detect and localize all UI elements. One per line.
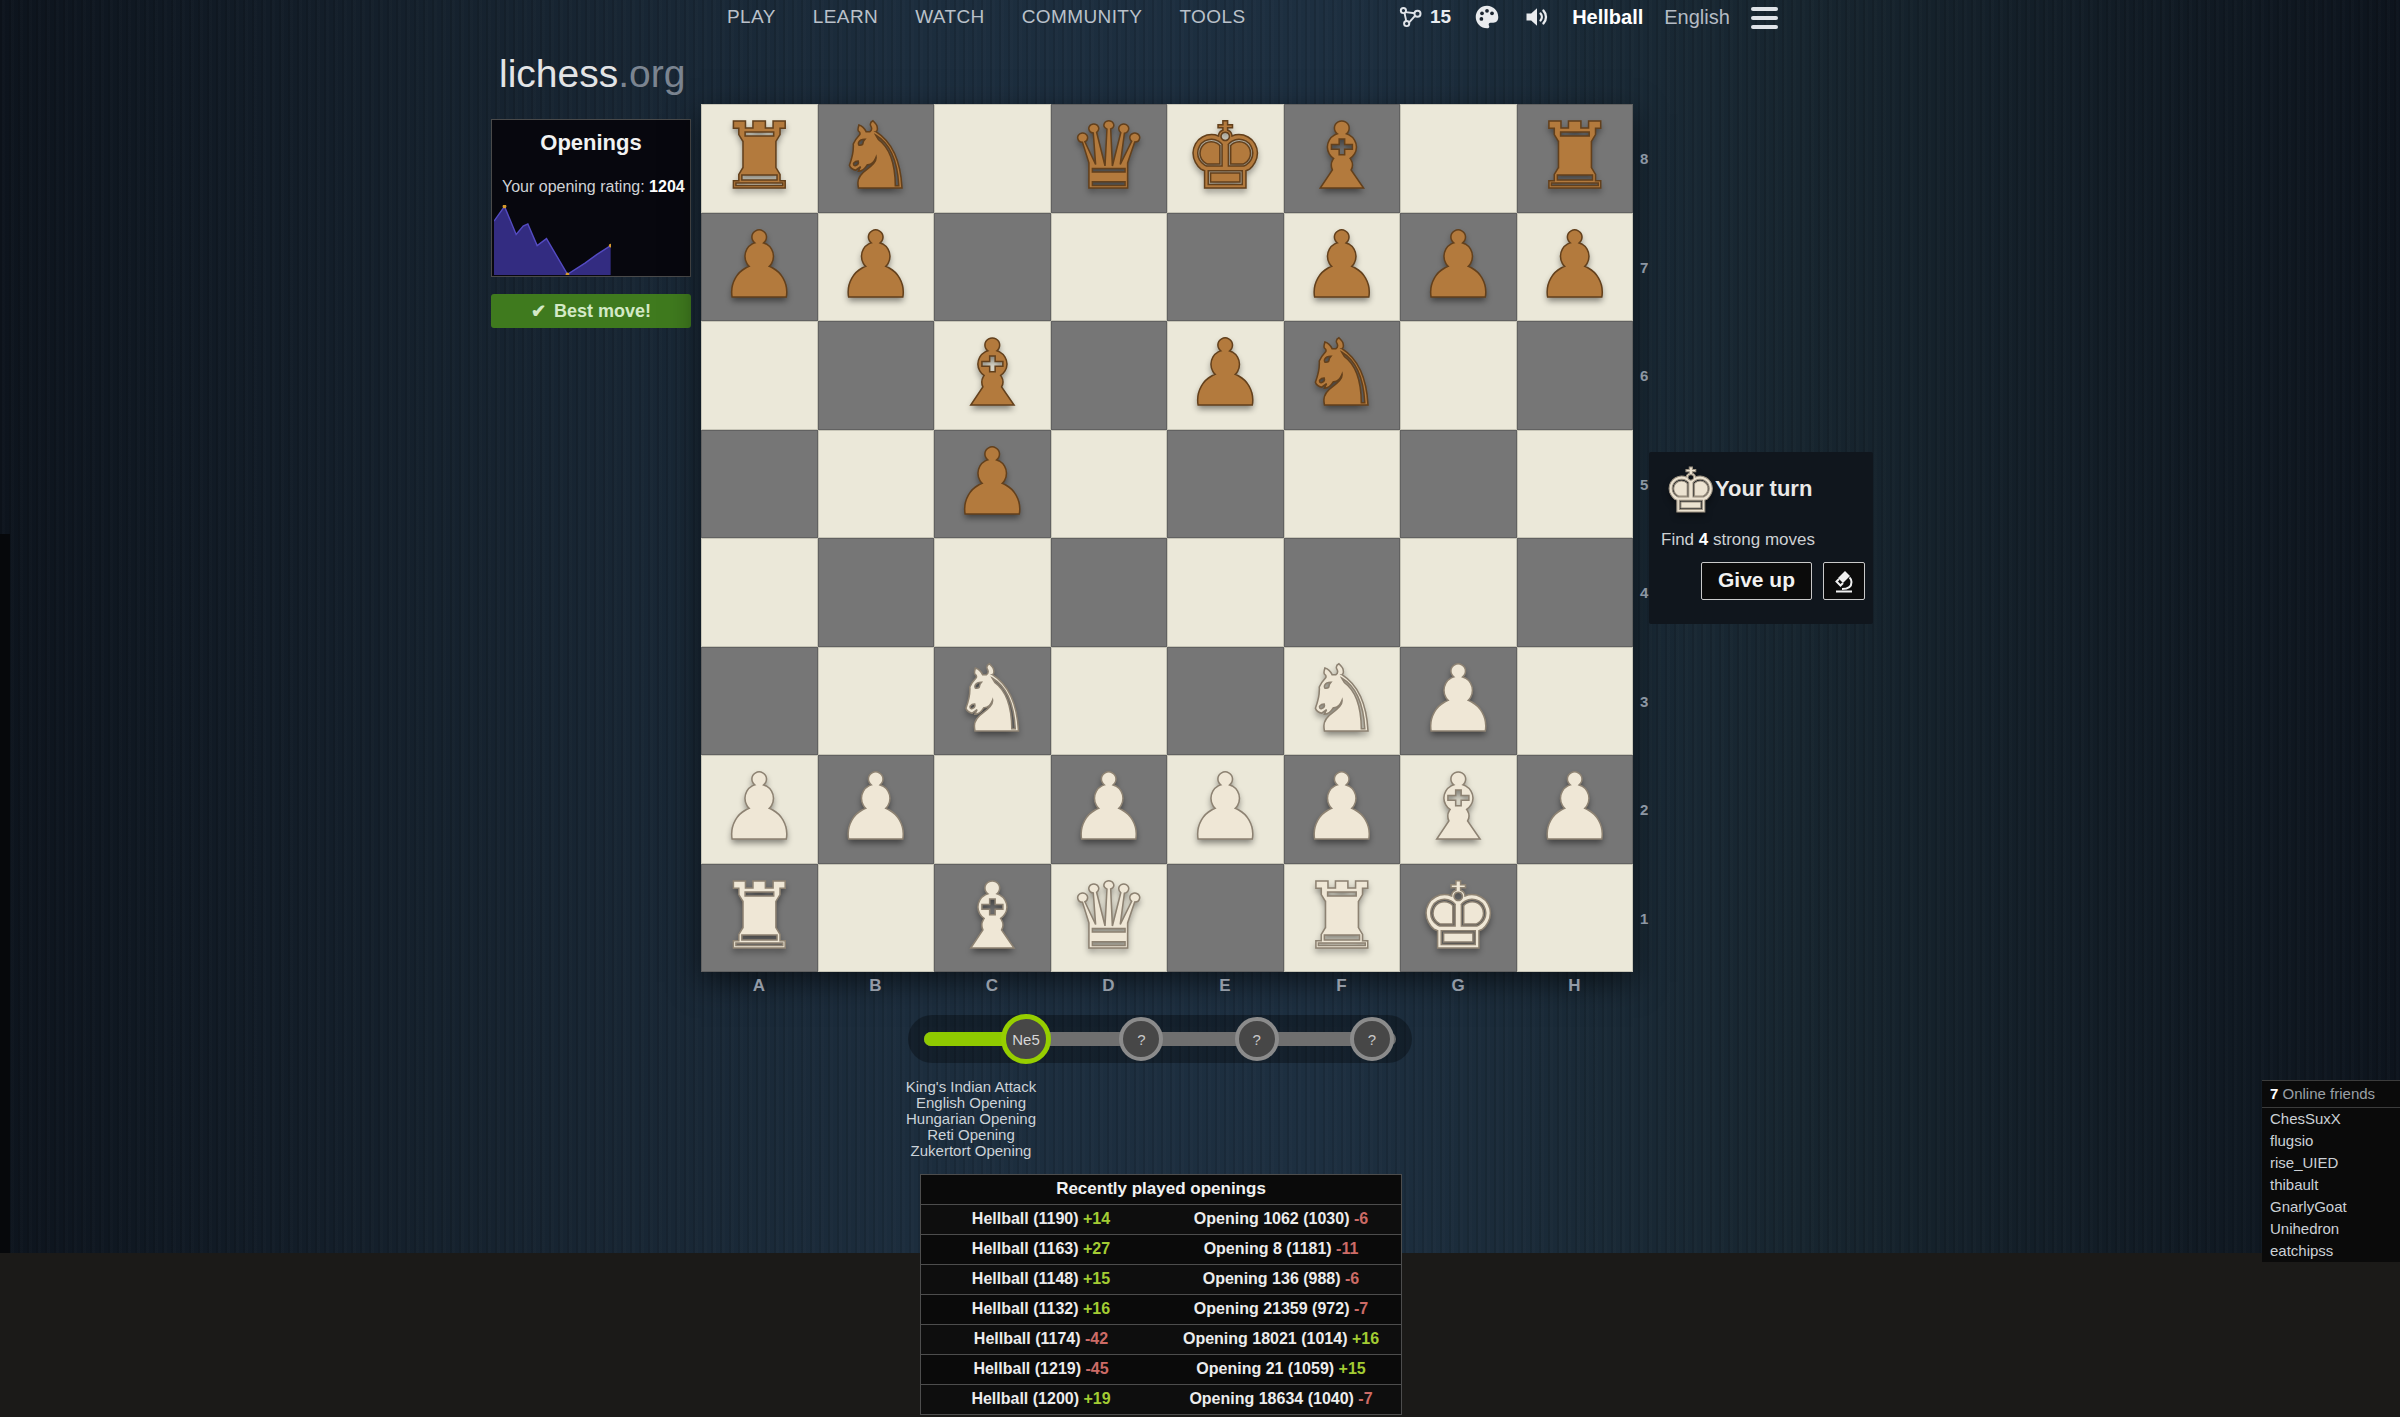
square-g1[interactable]: ♚ bbox=[1400, 864, 1517, 973]
opening-name[interactable]: King's Indian Attack bbox=[801, 1079, 1141, 1095]
opponent-result-cell[interactable]: Opening 136 (988) -6 bbox=[1161, 1265, 1401, 1294]
rating-delta: -7 bbox=[1358, 1390, 1372, 1407]
player-name-rating: Hellball (1200) bbox=[971, 1390, 1083, 1407]
opponent-result-cell[interactable]: Opening 21359 (972) -7 bbox=[1161, 1295, 1401, 1324]
openings-card: Openings Your opening rating: 1204 bbox=[491, 119, 691, 277]
black-pawn: ♟ bbox=[1167, 321, 1284, 427]
opening-rating-label: Your opening rating: bbox=[502, 178, 649, 195]
turn-title: Your turn bbox=[1715, 476, 1812, 502]
white-pawn: ♟ bbox=[1517, 755, 1634, 861]
white-knight: ♞ bbox=[1284, 647, 1401, 753]
speaker-icon[interactable] bbox=[1523, 0, 1551, 34]
square-f4[interactable] bbox=[1284, 538, 1401, 647]
square-g5[interactable] bbox=[1400, 430, 1517, 539]
square-c5[interactable]: ♟ bbox=[934, 430, 1051, 539]
black-pawn: ♟ bbox=[818, 213, 935, 319]
recent-openings-table: Recently played openings Hellball (1190)… bbox=[920, 1174, 1402, 1415]
square-a4[interactable] bbox=[701, 538, 818, 647]
square-d7[interactable] bbox=[1051, 213, 1168, 322]
recent-game-row[interactable]: Hellball (1174) -42Opening 18021 (1014) … bbox=[921, 1325, 1401, 1355]
main-nav: PLAYLEARNWATCHCOMMUNITYTOOLS bbox=[727, 0, 1246, 34]
white-pawn: ♟ bbox=[1284, 755, 1401, 861]
rating-delta: -6 bbox=[1345, 1270, 1359, 1287]
rank-label-1: 1 bbox=[1640, 910, 1660, 927]
square-f5[interactable] bbox=[1284, 430, 1401, 539]
user-nav: 15 Hellball English bbox=[1398, 0, 1778, 34]
square-d1[interactable]: ♛ bbox=[1051, 864, 1168, 973]
player-result-cell[interactable]: Hellball (1163) +27 bbox=[921, 1235, 1161, 1264]
square-d6[interactable] bbox=[1051, 321, 1168, 430]
file-label-d: D bbox=[1051, 976, 1167, 996]
openings-card-title: Openings bbox=[492, 130, 690, 156]
logo-name: lichess bbox=[499, 52, 618, 95]
white-rook: ♜ bbox=[1284, 864, 1401, 970]
hamburger-icon[interactable] bbox=[1751, 5, 1778, 29]
file-label-f: F bbox=[1284, 976, 1400, 996]
player-result-cell[interactable]: Hellball (1174) -42 bbox=[921, 1325, 1161, 1354]
black-pawn: ♟ bbox=[1284, 213, 1401, 319]
rating-delta: -7 bbox=[1354, 1300, 1368, 1317]
square-h5[interactable] bbox=[1517, 430, 1634, 539]
white-pawn: ♟ bbox=[701, 755, 818, 861]
square-c8[interactable] bbox=[934, 104, 1051, 213]
opening-name[interactable]: English Opening bbox=[801, 1095, 1141, 1111]
square-b7[interactable]: ♟ bbox=[818, 213, 935, 322]
player-name-rating: Opening 136 (988) bbox=[1203, 1270, 1345, 1287]
square-b8[interactable]: ♞ bbox=[818, 104, 935, 213]
panel-buttons: Give up bbox=[1701, 562, 1865, 600]
find-suffix: strong moves bbox=[1708, 530, 1815, 549]
square-c1[interactable]: ♝ bbox=[934, 864, 1051, 973]
moves-progress-slider[interactable]: Ne5??? bbox=[908, 1015, 1412, 1063]
analysis-microscope-button[interactable] bbox=[1823, 562, 1865, 600]
square-e1[interactable] bbox=[1167, 864, 1284, 973]
nav-item-watch[interactable]: WATCH bbox=[915, 6, 985, 28]
square-f6[interactable]: ♞ bbox=[1284, 321, 1401, 430]
white-king-icon: ♚ bbox=[1663, 454, 1719, 527]
give-up-button[interactable]: Give up bbox=[1701, 562, 1812, 600]
black-bishop: ♝ bbox=[934, 321, 1051, 427]
square-b2[interactable]: ♟ bbox=[818, 755, 935, 864]
player-name-rating: Opening 1062 (1030) bbox=[1194, 1210, 1354, 1227]
square-b6[interactable] bbox=[818, 321, 935, 430]
page: PLAYLEARNWATCHCOMMUNITYTOOLS 15 bbox=[0, 0, 2400, 1417]
notification-badge[interactable]: 15 bbox=[1398, 0, 1451, 34]
square-c4[interactable] bbox=[934, 538, 1051, 647]
file-label-h: H bbox=[1517, 976, 1633, 996]
your-turn-panel: ♚ Your turn Find 4 strong moves Give up bbox=[1649, 452, 1873, 624]
opponent-result-cell[interactable]: Opening 18021 (1014) +16 bbox=[1161, 1325, 1401, 1354]
notification-count: 15 bbox=[1430, 6, 1451, 28]
white-pawn: ♟ bbox=[1167, 755, 1284, 861]
player-name-rating: Hellball (1132) bbox=[972, 1300, 1083, 1317]
recent-game-row[interactable]: Hellball (1190) +14Opening 1062 (1030) -… bbox=[921, 1205, 1401, 1235]
recent-game-row[interactable]: Hellball (1200) +19Opening 18634 (1040) … bbox=[921, 1385, 1401, 1414]
square-h1[interactable] bbox=[1517, 864, 1634, 973]
square-a3[interactable] bbox=[701, 647, 818, 756]
rating-delta: +15 bbox=[1083, 1270, 1110, 1287]
logo-tld: .org bbox=[618, 52, 685, 95]
friend-flugsio[interactable]: flugsio bbox=[2262, 1130, 2400, 1152]
black-knight: ♞ bbox=[1284, 321, 1401, 427]
player-result-cell[interactable]: Hellball (1219) -45 bbox=[921, 1355, 1161, 1384]
rating-delta: +16 bbox=[1083, 1300, 1110, 1317]
best-move-button[interactable]: ✔ Best move! bbox=[491, 294, 691, 328]
white-queen: ♛ bbox=[1051, 864, 1168, 970]
white-pawn: ♟ bbox=[818, 755, 935, 861]
square-f7[interactable]: ♟ bbox=[1284, 213, 1401, 322]
black-pawn: ♟ bbox=[1517, 213, 1634, 319]
square-a8[interactable]: ♜ bbox=[701, 104, 818, 213]
square-e6[interactable]: ♟ bbox=[1167, 321, 1284, 430]
square-h4[interactable] bbox=[1517, 538, 1634, 647]
black-rook: ♜ bbox=[701, 104, 818, 210]
white-pawn: ♟ bbox=[1400, 647, 1517, 753]
white-king: ♚ bbox=[1400, 864, 1517, 970]
recent-game-row[interactable]: Hellball (1219) -45Opening 21 (1059) +15 bbox=[921, 1355, 1401, 1385]
square-d8[interactable]: ♛ bbox=[1051, 104, 1168, 213]
move-step-1-current[interactable]: Ne5 bbox=[1001, 1014, 1051, 1064]
friends-label: Online friends bbox=[2278, 1085, 2375, 1102]
square-h7[interactable]: ♟ bbox=[1517, 213, 1634, 322]
recent-game-row[interactable]: Hellball (1163) +27Opening 8 (1181) -11 bbox=[921, 1235, 1401, 1265]
square-b3[interactable] bbox=[818, 647, 935, 756]
player-name-rating: Hellball (1163) bbox=[972, 1240, 1083, 1257]
file-label-g: G bbox=[1400, 976, 1516, 996]
white-knight: ♞ bbox=[934, 647, 1051, 753]
opening-name[interactable]: Hungarian Opening bbox=[801, 1111, 1141, 1127]
file-label-e: E bbox=[1167, 976, 1283, 996]
square-g4[interactable] bbox=[1400, 538, 1517, 647]
find-moves-text: Find 4 strong moves bbox=[1661, 530, 1815, 550]
square-c2[interactable] bbox=[934, 755, 1051, 864]
move-step-4[interactable]: ? bbox=[1350, 1017, 1394, 1061]
square-e2[interactable]: ♟ bbox=[1167, 755, 1284, 864]
find-prefix: Find bbox=[1661, 530, 1699, 549]
square-e7[interactable] bbox=[1167, 213, 1284, 322]
nav-item-tools[interactable]: TOOLS bbox=[1179, 6, 1245, 28]
rank-label-2: 2 bbox=[1640, 801, 1660, 818]
square-f1[interactable]: ♜ bbox=[1284, 864, 1401, 973]
file-label-a: A bbox=[701, 976, 817, 996]
nav-item-play[interactable]: PLAY bbox=[727, 6, 776, 28]
rating-delta: +16 bbox=[1352, 1330, 1379, 1347]
square-d4[interactable] bbox=[1051, 538, 1168, 647]
nav-item-learn[interactable]: LEARN bbox=[813, 6, 878, 28]
move-step-2[interactable]: ? bbox=[1119, 1017, 1163, 1061]
square-b4[interactable] bbox=[818, 538, 935, 647]
black-pawn: ♟ bbox=[701, 213, 818, 319]
move-step-3[interactable]: ? bbox=[1235, 1017, 1279, 1061]
left-edge-strip bbox=[0, 534, 10, 1253]
square-e5[interactable] bbox=[1167, 430, 1284, 539]
rating-delta: -6 bbox=[1354, 1210, 1368, 1227]
player-result-cell[interactable]: Hellball (1190) +14 bbox=[921, 1205, 1161, 1234]
black-queen: ♛ bbox=[1051, 104, 1168, 210]
player-name-rating: Hellball (1190) bbox=[972, 1210, 1083, 1227]
square-a7[interactable]: ♟ bbox=[701, 213, 818, 322]
username[interactable]: Hellball bbox=[1572, 6, 1643, 29]
lichess-logo[interactable]: lichess.org bbox=[499, 52, 685, 96]
square-f3[interactable]: ♞ bbox=[1284, 647, 1401, 756]
player-name-rating: Opening 21359 (972) bbox=[1194, 1300, 1354, 1317]
square-g2[interactable]: ♝ bbox=[1400, 755, 1517, 864]
black-knight: ♞ bbox=[818, 104, 935, 210]
rank-label-8: 8 bbox=[1640, 150, 1660, 167]
square-c3[interactable]: ♞ bbox=[934, 647, 1051, 756]
square-d2[interactable]: ♟ bbox=[1051, 755, 1168, 864]
find-count: 4 bbox=[1699, 530, 1708, 549]
board: ♜♞♛♚♝♜♟♟♟♟♟♝♟♞♟♞♞♟♟♟♟♟♟♝♟♜♝♛♜♚ bbox=[701, 104, 1633, 972]
square-a2[interactable]: ♟ bbox=[701, 755, 818, 864]
square-g6[interactable] bbox=[1400, 321, 1517, 430]
rating-history-chart bbox=[494, 205, 611, 275]
rating-delta: +14 bbox=[1083, 1210, 1110, 1227]
recent-game-row[interactable]: Hellball (1148) +15Opening 136 (988) -6 bbox=[921, 1265, 1401, 1295]
rating-delta: -42 bbox=[1085, 1330, 1108, 1347]
player-name-rating: Hellball (1219) bbox=[973, 1360, 1085, 1377]
language-selector[interactable]: English bbox=[1664, 6, 1730, 29]
file-label-b: B bbox=[818, 976, 934, 996]
square-e8[interactable]: ♚ bbox=[1167, 104, 1284, 213]
rating-delta: +15 bbox=[1339, 1360, 1366, 1377]
friend-gnarlygoat[interactable]: GnarlyGoat bbox=[2262, 1196, 2400, 1218]
square-c6[interactable]: ♝ bbox=[934, 321, 1051, 430]
white-bishop: ♝ bbox=[1400, 755, 1517, 861]
rating-delta: +27 bbox=[1083, 1240, 1110, 1257]
file-label-c: C bbox=[934, 976, 1050, 996]
square-b5[interactable] bbox=[818, 430, 935, 539]
black-pawn: ♟ bbox=[1400, 213, 1517, 319]
square-g3[interactable]: ♟ bbox=[1400, 647, 1517, 756]
square-e4[interactable] bbox=[1167, 538, 1284, 647]
palette-icon[interactable] bbox=[1472, 0, 1502, 34]
friend-unihedron[interactable]: Unihedron bbox=[2262, 1218, 2400, 1240]
rank-label-6: 6 bbox=[1640, 367, 1660, 384]
player-name-rating: Opening 21 (1059) bbox=[1196, 1360, 1338, 1377]
recent-game-row[interactable]: Hellball (1132) +16Opening 21359 (972) -… bbox=[921, 1295, 1401, 1325]
square-h6[interactable] bbox=[1517, 321, 1634, 430]
friend-chessuxx[interactable]: ChesSuxX bbox=[2262, 1108, 2400, 1130]
square-h3[interactable] bbox=[1517, 647, 1634, 756]
square-h8[interactable]: ♜ bbox=[1517, 104, 1634, 213]
square-e3[interactable] bbox=[1167, 647, 1284, 756]
player-name-rating: Opening 18634 (1040) bbox=[1189, 1390, 1358, 1407]
friend-rise_uied[interactable]: rise_UIED bbox=[2262, 1152, 2400, 1174]
white-pawn: ♟ bbox=[1051, 755, 1168, 861]
check-icon: ✔ bbox=[531, 300, 546, 322]
rating-delta: -11 bbox=[1336, 1240, 1358, 1257]
nav-item-community[interactable]: COMMUNITY bbox=[1022, 6, 1143, 28]
black-pawn: ♟ bbox=[934, 430, 1051, 536]
player-name-rating: Hellball (1174) bbox=[974, 1330, 1085, 1347]
square-c7[interactable] bbox=[934, 213, 1051, 322]
square-f2[interactable]: ♟ bbox=[1284, 755, 1401, 864]
friend-thibault[interactable]: thibault bbox=[2262, 1174, 2400, 1196]
opponent-result-cell[interactable]: Opening 18634 (1040) -7 bbox=[1161, 1385, 1401, 1414]
player-result-cell[interactable]: Hellball (1132) +16 bbox=[921, 1295, 1161, 1324]
square-h2[interactable]: ♟ bbox=[1517, 755, 1634, 864]
friend-eatchipss[interactable]: eatchipss bbox=[2262, 1240, 2400, 1262]
black-king: ♚ bbox=[1167, 104, 1284, 210]
player-result-cell[interactable]: Hellball (1200) +19 bbox=[921, 1385, 1161, 1414]
square-a5[interactable] bbox=[701, 430, 818, 539]
square-g7[interactable]: ♟ bbox=[1400, 213, 1517, 322]
recent-table-title: Recently played openings bbox=[921, 1175, 1401, 1205]
square-b1[interactable] bbox=[818, 864, 935, 973]
online-friends-box: 7 Online friends ChesSuxXflugsiorise_UIE… bbox=[2262, 1080, 2400, 1262]
opening-name[interactable]: Zukertort Opening bbox=[801, 1143, 1141, 1159]
square-a6[interactable] bbox=[701, 321, 818, 430]
best-move-label: Best move! bbox=[554, 301, 651, 322]
player-name-rating: Opening 8 (1181) bbox=[1204, 1240, 1336, 1257]
black-bishop: ♝ bbox=[1284, 104, 1401, 210]
square-f8[interactable]: ♝ bbox=[1284, 104, 1401, 213]
square-a1[interactable]: ♜ bbox=[701, 864, 818, 973]
player-name-rating: Hellball (1148) bbox=[972, 1270, 1083, 1287]
online-friends-header: 7 Online friends bbox=[2262, 1081, 2400, 1108]
opponent-result-cell[interactable]: Opening 21 (1059) +15 bbox=[1161, 1355, 1401, 1384]
white-rook: ♜ bbox=[701, 864, 818, 970]
rating-delta: +19 bbox=[1083, 1390, 1110, 1407]
square-g8[interactable] bbox=[1400, 104, 1517, 213]
opening-rating: Your opening rating: 1204 bbox=[502, 178, 690, 196]
white-bishop: ♝ bbox=[934, 864, 1051, 970]
opening-rating-value: 1204 bbox=[649, 178, 685, 195]
opening-name[interactable]: Reti Opening bbox=[801, 1127, 1141, 1143]
player-name-rating: Opening 18021 (1014) bbox=[1183, 1330, 1352, 1347]
network-icon bbox=[1398, 0, 1424, 34]
square-d5[interactable] bbox=[1051, 430, 1168, 539]
rank-label-3: 3 bbox=[1640, 693, 1660, 710]
black-rook: ♜ bbox=[1517, 104, 1634, 210]
opponent-result-cell[interactable]: Opening 8 (1181) -11 bbox=[1161, 1235, 1401, 1264]
square-d3[interactable] bbox=[1051, 647, 1168, 756]
opponent-result-cell[interactable]: Opening 1062 (1030) -6 bbox=[1161, 1205, 1401, 1234]
possible-openings-list: King's Indian AttackEnglish OpeningHunga… bbox=[801, 1079, 1141, 1159]
rank-label-7: 7 bbox=[1640, 259, 1660, 276]
player-result-cell[interactable]: Hellball (1148) +15 bbox=[921, 1265, 1161, 1294]
rating-delta: -45 bbox=[1085, 1360, 1108, 1377]
